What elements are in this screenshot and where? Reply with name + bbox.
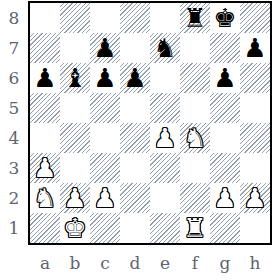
black-pawn-g6: ♟ <box>210 63 240 93</box>
square-h5[interactable] <box>240 93 270 123</box>
square-f4[interactable]: ♞ <box>180 123 210 153</box>
square-c8[interactable] <box>90 3 120 33</box>
square-g3[interactable] <box>210 153 240 183</box>
square-d2[interactable] <box>120 183 150 213</box>
square-g6[interactable]: ♟ <box>210 63 240 93</box>
square-a8[interactable] <box>30 3 60 33</box>
square-b7[interactable] <box>60 33 90 63</box>
square-a1[interactable] <box>30 213 60 243</box>
rank-label-4: 4 <box>0 123 28 153</box>
square-c3[interactable] <box>90 153 120 183</box>
square-e5[interactable] <box>150 93 180 123</box>
white-pawn-c2: ♟ <box>90 183 120 213</box>
black-pawn-c6: ♟ <box>90 63 120 93</box>
square-g7[interactable] <box>210 33 240 63</box>
white-knight-f4: ♞ <box>180 123 210 153</box>
rank-label-6: 6 <box>0 63 28 93</box>
black-pawn-h7: ♟ <box>240 33 270 63</box>
square-h7[interactable]: ♟ <box>240 33 270 63</box>
square-f1[interactable]: ♜ <box>180 213 210 243</box>
square-b1[interactable]: ♚ <box>60 213 90 243</box>
black-king-g8: ♚ <box>210 3 240 33</box>
square-d7[interactable] <box>120 33 150 63</box>
white-pawn-a3: ♟ <box>30 153 60 183</box>
square-f5[interactable] <box>180 93 210 123</box>
file-labels: abcdefgh <box>30 247 270 279</box>
square-b2[interactable]: ♟ <box>60 183 90 213</box>
file-label-a: a <box>30 247 60 279</box>
square-c6[interactable]: ♟ <box>90 63 120 93</box>
rank-label-2: 2 <box>0 183 28 213</box>
square-c5[interactable] <box>90 93 120 123</box>
black-bishop-b6: ♝ <box>60 63 90 93</box>
square-d1[interactable] <box>120 213 150 243</box>
square-e8[interactable] <box>150 3 180 33</box>
square-e6[interactable] <box>150 63 180 93</box>
square-e2[interactable] <box>150 183 180 213</box>
square-e1[interactable] <box>150 213 180 243</box>
square-e3[interactable] <box>150 153 180 183</box>
chess-board: ♜♚♟♞♟♟♝♟♟♟♟♞♟♞♟♟♟♟♚♜ <box>28 1 272 245</box>
square-h2[interactable]: ♟ <box>240 183 270 213</box>
black-rook-f8: ♜ <box>180 3 210 33</box>
white-pawn-e4: ♟ <box>150 123 180 153</box>
white-pawn-g2: ♟ <box>210 183 240 213</box>
square-c1[interactable] <box>90 213 120 243</box>
white-king-b1: ♚ <box>60 213 90 243</box>
white-pawn-b2: ♟ <box>60 183 90 213</box>
square-c7[interactable]: ♟ <box>90 33 120 63</box>
square-b6[interactable]: ♝ <box>60 63 90 93</box>
black-pawn-c7: ♟ <box>90 33 120 63</box>
rank-label-3: 3 <box>0 153 28 183</box>
file-label-h: h <box>240 247 270 279</box>
square-a4[interactable] <box>30 123 60 153</box>
square-b4[interactable] <box>60 123 90 153</box>
square-g5[interactable] <box>210 93 240 123</box>
square-d5[interactable] <box>120 93 150 123</box>
square-g8[interactable]: ♚ <box>210 3 240 33</box>
file-label-e: e <box>150 247 180 279</box>
square-d8[interactable] <box>120 3 150 33</box>
square-g1[interactable] <box>210 213 240 243</box>
file-label-f: f <box>180 247 210 279</box>
square-g2[interactable]: ♟ <box>210 183 240 213</box>
square-h6[interactable] <box>240 63 270 93</box>
square-f6[interactable] <box>180 63 210 93</box>
file-label-b: b <box>60 247 90 279</box>
white-rook-f1: ♜ <box>180 213 210 243</box>
file-label-d: d <box>120 247 150 279</box>
square-e4[interactable]: ♟ <box>150 123 180 153</box>
square-h1[interactable] <box>240 213 270 243</box>
white-pawn-h2: ♟ <box>240 183 270 213</box>
square-d4[interactable] <box>120 123 150 153</box>
black-pawn-a6: ♟ <box>30 63 60 93</box>
square-b8[interactable] <box>60 3 90 33</box>
square-d3[interactable] <box>120 153 150 183</box>
square-g4[interactable] <box>210 123 240 153</box>
rank-label-7: 7 <box>0 33 28 63</box>
square-c2[interactable]: ♟ <box>90 183 120 213</box>
square-a2[interactable]: ♞ <box>30 183 60 213</box>
square-b3[interactable] <box>60 153 90 183</box>
square-b5[interactable] <box>60 93 90 123</box>
square-a3[interactable]: ♟ <box>30 153 60 183</box>
square-h3[interactable] <box>240 153 270 183</box>
square-h8[interactable] <box>240 3 270 33</box>
square-e7[interactable]: ♞ <box>150 33 180 63</box>
rank-label-5: 5 <box>0 93 28 123</box>
file-label-c: c <box>90 247 120 279</box>
black-pawn-d6: ♟ <box>120 63 150 93</box>
square-d6[interactable]: ♟ <box>120 63 150 93</box>
square-h4[interactable] <box>240 123 270 153</box>
square-a5[interactable] <box>30 93 60 123</box>
square-a7[interactable] <box>30 33 60 63</box>
square-c4[interactable] <box>90 123 120 153</box>
black-knight-e7: ♞ <box>150 33 180 63</box>
rank-label-1: 1 <box>0 213 28 243</box>
white-knight-a2: ♞ <box>30 183 60 213</box>
rank-label-8: 8 <box>0 3 28 33</box>
square-a6[interactable]: ♟ <box>30 63 60 93</box>
square-f3[interactable] <box>180 153 210 183</box>
square-f7[interactable] <box>180 33 210 63</box>
square-f2[interactable] <box>180 183 210 213</box>
square-f8[interactable]: ♜ <box>180 3 210 33</box>
file-label-g: g <box>210 247 240 279</box>
chess-diagram: 87654321 ♜♚♟♞♟♟♝♟♟♟♟♞♟♞♟♟♟♟♚♜ abcdefgh <box>0 0 279 280</box>
rank-labels: 87654321 <box>0 3 28 243</box>
